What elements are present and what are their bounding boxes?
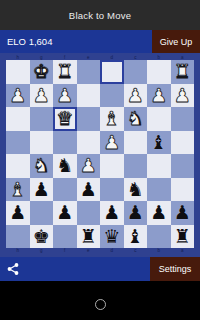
- white-knight: ♞: [127, 107, 144, 131]
- black-pawn: ♟: [9, 201, 26, 225]
- android-nav-area: [0, 281, 200, 320]
- white-pawn: ♟: [150, 84, 167, 108]
- square-g3[interactable]: [30, 107, 54, 131]
- square-d5[interactable]: [100, 154, 124, 178]
- white-queen: ♛: [56, 107, 73, 131]
- square-g8[interactable]: ♚: [30, 225, 54, 249]
- square-a2[interactable]: ♟: [171, 84, 195, 108]
- square-b8[interactable]: [147, 225, 171, 249]
- white-rook: ♜: [56, 60, 73, 84]
- square-f5[interactable]: ♞: [53, 154, 77, 178]
- file-label-d: d: [100, 248, 124, 253]
- square-h2[interactable]: ♟: [6, 84, 30, 108]
- chess-board: ♚♜♜♟♟♟♟♟♟♛♝♞♟♝♞♞♟♝♟♟♞♟♟♟♟♟♟♚♜♛♝♜: [6, 60, 194, 248]
- square-c5[interactable]: [124, 154, 148, 178]
- black-bishop: ♝: [127, 225, 144, 249]
- square-f1[interactable]: ♜: [53, 60, 77, 84]
- square-h5[interactable]: [6, 154, 30, 178]
- status-bar: ELO 1,604 Give Up: [0, 30, 200, 53]
- white-pawn: ♟: [103, 131, 120, 155]
- white-king: ♚: [33, 60, 50, 84]
- square-e3[interactable]: [77, 107, 101, 131]
- white-pawn: ♟: [80, 154, 97, 178]
- square-d8[interactable]: ♛: [100, 225, 124, 249]
- square-g5[interactable]: ♞: [30, 154, 54, 178]
- file-label-f: f: [53, 248, 77, 253]
- white-pawn: ♟: [33, 84, 50, 108]
- square-d4[interactable]: ♟: [100, 131, 124, 155]
- square-e7[interactable]: [77, 201, 101, 225]
- settings-button[interactable]: Settings: [150, 257, 200, 281]
- square-f6[interactable]: [53, 178, 77, 202]
- square-b1[interactable]: [147, 60, 171, 84]
- file-label-c: c: [124, 248, 148, 253]
- square-d1[interactable]: [100, 60, 124, 84]
- white-bishop: ♝: [103, 107, 120, 131]
- file-label-a: a: [171, 248, 195, 253]
- white-bishop: ♝: [9, 178, 26, 202]
- square-e1[interactable]: [77, 60, 101, 84]
- square-c1[interactable]: [124, 60, 148, 84]
- square-h8[interactable]: [6, 225, 30, 249]
- square-e4[interactable]: [77, 131, 101, 155]
- white-pawn: ♟: [174, 84, 191, 108]
- square-b7[interactable]: ♟: [147, 201, 171, 225]
- file-label-e: e: [77, 248, 101, 253]
- black-king: ♚: [33, 225, 50, 249]
- page-title: Black to Move: [69, 10, 131, 21]
- square-b3[interactable]: [147, 107, 171, 131]
- black-pawn: ♟: [150, 201, 167, 225]
- file-label-g: g: [30, 248, 54, 253]
- black-pawn: ♟: [174, 201, 191, 225]
- chess-board-frame: hgfedcba ♚♜♜♟♟♟♟♟♟♛♝♞♟♝♞♞♟♝♟♟♞♟♟♟♟♟♟♚♜♛♝…: [0, 53, 200, 257]
- square-f8[interactable]: [53, 225, 77, 249]
- square-e2[interactable]: [77, 84, 101, 108]
- black-queen: ♛: [103, 225, 120, 249]
- square-c4[interactable]: [124, 131, 148, 155]
- square-a7[interactable]: ♟: [171, 201, 195, 225]
- square-g4[interactable]: [30, 131, 54, 155]
- square-d2[interactable]: [100, 84, 124, 108]
- square-f3[interactable]: ♛: [53, 107, 77, 131]
- white-pawn: ♟: [56, 84, 73, 108]
- square-f7[interactable]: ♟: [53, 201, 77, 225]
- file-labels-bottom: hgfedcba: [6, 248, 194, 253]
- give-up-button[interactable]: Give Up: [152, 30, 200, 53]
- square-h1[interactable]: [6, 60, 30, 84]
- square-b5[interactable]: [147, 154, 171, 178]
- square-a5[interactable]: [171, 154, 195, 178]
- square-e6[interactable]: ♟: [77, 178, 101, 202]
- white-pawn: ♟: [127, 84, 144, 108]
- square-c7[interactable]: ♟: [124, 201, 148, 225]
- black-pawn: ♟: [80, 178, 97, 202]
- square-h6[interactable]: ♝: [6, 178, 30, 202]
- square-b2[interactable]: ♟: [147, 84, 171, 108]
- bottom-bar: Settings: [0, 257, 200, 281]
- top-bar: Black to Move: [0, 0, 200, 30]
- square-d6[interactable]: [100, 178, 124, 202]
- black-bishop: ♝: [150, 131, 167, 155]
- square-g6[interactable]: ♟: [30, 178, 54, 202]
- square-h4[interactable]: [6, 131, 30, 155]
- white-knight: ♞: [33, 154, 50, 178]
- square-d7[interactable]: ♟: [100, 201, 124, 225]
- square-c8[interactable]: ♝: [124, 225, 148, 249]
- square-h7[interactable]: ♟: [6, 201, 30, 225]
- square-a3[interactable]: [171, 107, 195, 131]
- square-c6[interactable]: ♞: [124, 178, 148, 202]
- square-b6[interactable]: [147, 178, 171, 202]
- share-icon: [6, 262, 20, 276]
- square-h3[interactable]: [6, 107, 30, 131]
- black-pawn: ♟: [33, 178, 50, 202]
- square-f2[interactable]: ♟: [53, 84, 77, 108]
- square-c2[interactable]: ♟: [124, 84, 148, 108]
- square-g1[interactable]: ♚: [30, 60, 54, 84]
- white-pawn: ♟: [9, 84, 26, 108]
- square-a8[interactable]: ♜: [171, 225, 195, 249]
- square-a1[interactable]: ♜: [171, 60, 195, 84]
- square-g7[interactable]: [30, 201, 54, 225]
- square-e8[interactable]: ♜: [77, 225, 101, 249]
- file-label-b: b: [147, 248, 171, 253]
- elo-rating: ELO 1,604: [0, 36, 152, 47]
- home-button[interactable]: [95, 299, 106, 310]
- black-rook: ♜: [174, 225, 191, 249]
- square-d3[interactable]: ♝: [100, 107, 124, 131]
- square-g2[interactable]: ♟: [30, 84, 54, 108]
- black-pawn: ♟: [103, 201, 120, 225]
- black-knight: ♞: [127, 178, 144, 202]
- black-rook: ♜: [80, 225, 97, 249]
- black-knight: ♞: [56, 154, 73, 178]
- black-pawn: ♟: [56, 201, 73, 225]
- share-button[interactable]: [0, 257, 26, 281]
- square-c3[interactable]: ♞: [124, 107, 148, 131]
- square-e5[interactable]: ♟: [77, 154, 101, 178]
- square-a4[interactable]: [171, 131, 195, 155]
- file-label-h: h: [6, 248, 30, 253]
- white-rook: ♜: [174, 60, 191, 84]
- square-a6[interactable]: [171, 178, 195, 202]
- square-b4[interactable]: ♝: [147, 131, 171, 155]
- black-pawn: ♟: [127, 201, 144, 225]
- square-f4[interactable]: [53, 131, 77, 155]
